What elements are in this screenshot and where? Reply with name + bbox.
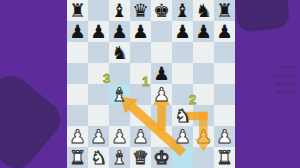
piece-black-pawn-f7[interactable]: ♟ <box>172 21 193 42</box>
square-a2[interactable]: ♟ <box>67 126 88 147</box>
square-g5[interactable] <box>193 63 214 84</box>
piece-black-pawn-g7[interactable]: ♟ <box>193 21 214 42</box>
square-b2[interactable]: ♟ <box>88 126 109 147</box>
piece-black-knight-c6[interactable]: ♞ <box>109 42 130 63</box>
piece-white-pawn-h2[interactable]: ♟ <box>214 126 235 147</box>
square-g1[interactable] <box>193 147 214 168</box>
square-e2[interactable] <box>151 126 172 147</box>
square-e5[interactable]: ♟ <box>151 63 172 84</box>
piece-white-pawn-c2[interactable]: ♟ <box>109 126 130 147</box>
square-b4[interactable] <box>88 84 109 105</box>
decor-line <box>280 66 296 69</box>
square-a4[interactable] <box>67 84 88 105</box>
piece-white-bishop-c1[interactable]: ♝ <box>109 147 130 168</box>
piece-white-knight-f3[interactable]: ♞ <box>172 105 193 126</box>
piece-black-bishop-c8[interactable]: ♝ <box>109 0 130 21</box>
square-d8[interactable]: ♛ <box>130 0 151 21</box>
square-f2[interactable]: ♟ <box>172 126 193 147</box>
square-f7[interactable]: ♟ <box>172 21 193 42</box>
piece-white-bishop-c4[interactable]: ♝ <box>109 84 130 105</box>
piece-black-rook-h8[interactable]: ♜ <box>214 0 235 21</box>
square-h1[interactable]: ♜ <box>214 147 235 168</box>
square-g7[interactable]: ♟ <box>193 21 214 42</box>
square-g2[interactable]: ♟ <box>193 126 214 147</box>
square-e6[interactable] <box>151 42 172 63</box>
square-a7[interactable]: ♟ <box>67 21 88 42</box>
move-number-2: 2 <box>189 92 196 107</box>
square-a8[interactable]: ♜ <box>67 0 88 21</box>
piece-black-rook-a8[interactable]: ♜ <box>67 0 88 21</box>
piece-black-king-e8[interactable]: ♚ <box>151 0 172 21</box>
square-b3[interactable] <box>88 105 109 126</box>
decor-blob-bottom-left <box>0 68 68 168</box>
piece-white-king-e1[interactable]: ♚ <box>151 147 172 168</box>
square-e3[interactable] <box>151 105 172 126</box>
square-b8[interactable] <box>88 0 109 21</box>
square-b1[interactable]: ♞ <box>88 147 109 168</box>
square-g6[interactable] <box>193 42 214 63</box>
decor-line <box>274 82 296 86</box>
square-c3[interactable] <box>109 105 130 126</box>
square-h2[interactable]: ♟ <box>214 126 235 147</box>
decor-line <box>272 74 296 78</box>
square-c7[interactable]: ♟ <box>109 21 130 42</box>
square-f1[interactable] <box>172 147 193 168</box>
piece-white-rook-a1[interactable]: ♜ <box>67 147 88 168</box>
move-number-3: 3 <box>103 71 110 86</box>
square-c5[interactable] <box>109 63 130 84</box>
piece-white-pawn-d2[interactable]: ♟ <box>130 126 151 147</box>
square-h4[interactable] <box>214 84 235 105</box>
square-f3[interactable]: ♞ <box>172 105 193 126</box>
decor-line <box>277 90 296 94</box>
square-c6[interactable]: ♞ <box>109 42 130 63</box>
square-g8[interactable]: ♞ <box>193 0 214 21</box>
square-e4[interactable]: ♟ <box>151 84 172 105</box>
piece-white-pawn-g2[interactable]: ♟ <box>193 126 214 147</box>
decor-blob-top-right <box>234 0 291 33</box>
square-h7[interactable]: ♟ <box>214 21 235 42</box>
piece-black-pawn-a7[interactable]: ♟ <box>67 21 88 42</box>
piece-white-rook-h1[interactable]: ♜ <box>214 147 235 168</box>
square-d6[interactable] <box>130 42 151 63</box>
piece-black-pawn-b7[interactable]: ♟ <box>88 21 109 42</box>
piece-black-queen-d8[interactable]: ♛ <box>130 0 151 21</box>
square-h8[interactable]: ♜ <box>214 0 235 21</box>
square-d2[interactable]: ♟ <box>130 126 151 147</box>
square-a5[interactable] <box>67 63 88 84</box>
square-g3[interactable] <box>193 105 214 126</box>
square-c1[interactable]: ♝ <box>109 147 130 168</box>
square-e7[interactable] <box>151 21 172 42</box>
square-a6[interactable] <box>67 42 88 63</box>
square-d3[interactable] <box>130 105 151 126</box>
square-d1[interactable]: ♛ <box>130 147 151 168</box>
square-e1[interactable]: ♚ <box>151 147 172 168</box>
square-f6[interactable] <box>172 42 193 63</box>
piece-white-pawn-f2[interactable]: ♟ <box>172 126 193 147</box>
square-c8[interactable]: ♝ <box>109 0 130 21</box>
move-number-1: 1 <box>142 74 149 89</box>
square-h5[interactable] <box>214 63 235 84</box>
square-h6[interactable] <box>214 42 235 63</box>
square-e8[interactable]: ♚ <box>151 0 172 21</box>
piece-black-pawn-d7[interactable]: ♟ <box>130 21 151 42</box>
thumbnail-stage: ♜♝♛♚♝♞♜♟♟♟♟♟♟♟♞♟♝♟♞♟♟♟♟♟♟♟♜♞♝♛♚♜ 1 2 3 <box>0 0 300 168</box>
piece-white-pawn-e4[interactable]: ♟ <box>151 84 172 105</box>
square-h3[interactable] <box>214 105 235 126</box>
square-b7[interactable]: ♟ <box>88 21 109 42</box>
square-f5[interactable] <box>172 63 193 84</box>
piece-white-pawn-a2[interactable]: ♟ <box>67 126 88 147</box>
piece-black-bishop-f8[interactable]: ♝ <box>172 0 193 21</box>
square-g4[interactable] <box>193 84 214 105</box>
piece-black-pawn-h7[interactable]: ♟ <box>214 21 235 42</box>
square-a3[interactable] <box>67 105 88 126</box>
piece-white-pawn-b2[interactable]: ♟ <box>88 126 109 147</box>
piece-white-knight-b1[interactable]: ♞ <box>88 147 109 168</box>
square-b6[interactable] <box>88 42 109 63</box>
square-c2[interactable]: ♟ <box>109 126 130 147</box>
piece-black-pawn-e5[interactable]: ♟ <box>151 63 172 84</box>
square-c4[interactable]: ♝ <box>109 84 130 105</box>
chess-board: ♜♝♛♚♝♞♜♟♟♟♟♟♟♟♞♟♝♟♞♟♟♟♟♟♟♟♜♞♝♛♚♜ <box>67 0 235 168</box>
square-a1[interactable]: ♜ <box>67 147 88 168</box>
square-d7[interactable]: ♟ <box>130 21 151 42</box>
piece-black-knight-g8[interactable]: ♞ <box>193 0 214 21</box>
piece-white-queen-d1[interactable]: ♛ <box>130 147 151 168</box>
piece-black-pawn-c7[interactable]: ♟ <box>109 21 130 42</box>
square-f8[interactable]: ♝ <box>172 0 193 21</box>
